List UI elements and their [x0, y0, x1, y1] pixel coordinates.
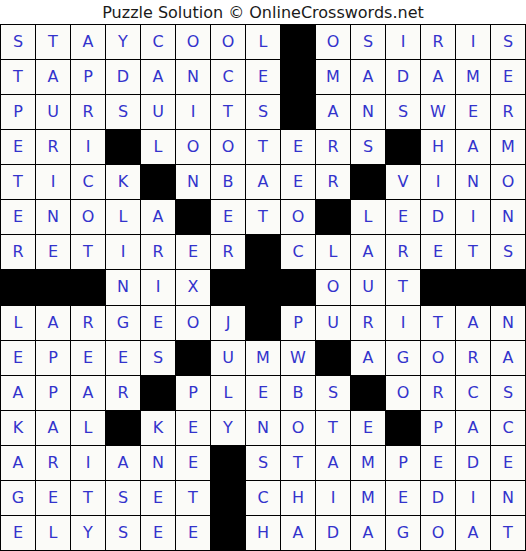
cell-r7c2: E	[36, 235, 70, 269]
cell-r9c10: U	[316, 306, 350, 340]
black-cell-r5c11	[351, 165, 385, 199]
cell-r15c5: E	[141, 516, 175, 550]
black-cell-r12c12	[386, 411, 420, 445]
cell-r4c2: R	[36, 130, 70, 164]
cell-r6c12: E	[386, 200, 420, 234]
cell-r3c13: W	[421, 95, 455, 129]
cell-r8c6: X	[176, 270, 210, 304]
page-title: Puzzle Solution © OnlineCrosswords.net	[0, 0, 526, 24]
cell-r2c3: P	[71, 60, 105, 94]
cell-r7c15: S	[491, 235, 525, 269]
cell-r10c7: U	[211, 341, 245, 375]
cell-r5c4: K	[106, 165, 140, 199]
black-cell-r8c2	[36, 270, 70, 304]
cell-r5c8: A	[246, 165, 280, 199]
cell-r5c1: T	[1, 165, 35, 199]
cell-r1c15: S	[491, 25, 525, 59]
cell-r6c13: D	[421, 200, 455, 234]
cell-r15c9: A	[281, 516, 315, 550]
cell-r14c8: C	[246, 481, 280, 515]
cell-r9c11: R	[351, 306, 385, 340]
cell-r2c8: E	[246, 60, 280, 94]
cell-r8c10: O	[316, 270, 350, 304]
black-cell-r2c9	[281, 60, 315, 94]
cell-r15c8: H	[246, 516, 280, 550]
cell-r7c9: C	[281, 235, 315, 269]
black-cell-r8c15	[491, 270, 525, 304]
cell-r1c3: A	[71, 25, 105, 59]
cell-r12c1: K	[1, 411, 35, 445]
cell-r12c3: L	[71, 411, 105, 445]
cell-r2c13: A	[421, 60, 455, 94]
cell-r2c6: N	[176, 60, 210, 94]
cell-r10c1: E	[1, 341, 35, 375]
cell-r7c13: E	[421, 235, 455, 269]
cell-r4c8: T	[246, 130, 280, 164]
cell-r2c15: E	[491, 60, 525, 94]
cell-r3c15: R	[491, 95, 525, 129]
cell-r10c3: E	[71, 341, 105, 375]
cell-r14c13: D	[421, 481, 455, 515]
cell-r1c12: I	[386, 25, 420, 59]
black-cell-r1c9	[281, 25, 315, 59]
cell-r13c9: T	[281, 446, 315, 480]
cell-r11c8: E	[246, 376, 280, 410]
black-cell-r8c8	[246, 270, 280, 304]
cell-r4c13: H	[421, 130, 455, 164]
cell-r3c12: S	[386, 95, 420, 129]
cell-r1c8: L	[246, 25, 280, 59]
cell-r7c12: R	[386, 235, 420, 269]
cell-r9c1: L	[1, 306, 35, 340]
cell-r14c10: I	[316, 481, 350, 515]
cell-r6c9: O	[281, 200, 315, 234]
cell-r3c6: I	[176, 95, 210, 129]
black-cell-r8c1	[1, 270, 35, 304]
cell-r3c1: P	[1, 95, 35, 129]
cell-r5c9: E	[281, 165, 315, 199]
cell-r5c10: R	[316, 165, 350, 199]
cell-r14c11: M	[351, 481, 385, 515]
cell-r11c6: P	[176, 376, 210, 410]
cell-r5c6: N	[176, 165, 210, 199]
cell-r12c14: A	[456, 411, 490, 445]
cell-r6c3: O	[71, 200, 105, 234]
cell-r8c4: N	[106, 270, 140, 304]
cell-r15c15: T	[491, 516, 525, 550]
black-cell-r6c6	[176, 200, 210, 234]
cell-r3c5: U	[141, 95, 175, 129]
cell-r9c7: J	[211, 306, 245, 340]
cell-r13c3: I	[71, 446, 105, 480]
cell-r8c11: U	[351, 270, 385, 304]
cell-r13c2: R	[36, 446, 70, 480]
cell-r7c5: R	[141, 235, 175, 269]
cell-r1c7: O	[211, 25, 245, 59]
black-cell-r4c12	[386, 130, 420, 164]
cell-r15c4: S	[106, 516, 140, 550]
cell-r2c14: M	[456, 60, 490, 94]
cell-r5c3: C	[71, 165, 105, 199]
cell-r14c6: T	[176, 481, 210, 515]
cell-r10c15: A	[491, 341, 525, 375]
cell-r11c10: S	[316, 376, 350, 410]
cell-r5c15: O	[491, 165, 525, 199]
cell-r1c4: Y	[106, 25, 140, 59]
cell-r13c1: A	[1, 446, 35, 480]
cell-r2c7: C	[211, 60, 245, 94]
cell-r11c3: A	[71, 376, 105, 410]
cell-r1c14: I	[456, 25, 490, 59]
cell-r4c11: S	[351, 130, 385, 164]
black-cell-r8c7	[211, 270, 245, 304]
cell-r14c4: S	[106, 481, 140, 515]
cell-r7c3: T	[71, 235, 105, 269]
cell-r12c5: K	[141, 411, 175, 445]
cell-r12c9: O	[281, 411, 315, 445]
cell-r3c10: A	[316, 95, 350, 129]
cell-r3c4: S	[106, 95, 140, 129]
cell-r5c12: V	[386, 165, 420, 199]
cell-r13c4: A	[106, 446, 140, 480]
crossword-grid: STAYCOOLOSIRISTAPDANCEMADAMEPURSUITSANSW…	[0, 24, 526, 551]
black-cell-r3c9	[281, 95, 315, 129]
black-cell-r9c8	[246, 306, 280, 340]
cell-r14c5: E	[141, 481, 175, 515]
black-cell-r7c8	[246, 235, 280, 269]
cell-r3c14: E	[456, 95, 490, 129]
cell-r5c13: I	[421, 165, 455, 199]
cell-r11c9: B	[281, 376, 315, 410]
cell-r13c8: S	[246, 446, 280, 480]
cell-r2c5: A	[141, 60, 175, 94]
cell-r10c11: A	[351, 341, 385, 375]
cell-r7c6: E	[176, 235, 210, 269]
cell-r8c5: I	[141, 270, 175, 304]
black-cell-r12c4	[106, 411, 140, 445]
cell-r15c1: E	[1, 516, 35, 550]
black-cell-r5c5	[141, 165, 175, 199]
puzzle-solution-page: Puzzle Solution © OnlineCrosswords.net S…	[0, 0, 526, 551]
cell-r2c12: D	[386, 60, 420, 94]
black-cell-r6c10	[316, 200, 350, 234]
cell-r3c7: T	[211, 95, 245, 129]
cell-r4c5: L	[141, 130, 175, 164]
cell-r15c3: Y	[71, 516, 105, 550]
black-cell-r14c7	[211, 481, 245, 515]
cell-r12c2: A	[36, 411, 70, 445]
cell-r15c12: G	[386, 516, 420, 550]
black-cell-r8c9	[281, 270, 315, 304]
cell-r7c7: R	[211, 235, 245, 269]
cell-r11c1: A	[1, 376, 35, 410]
cell-r11c12: O	[386, 376, 420, 410]
black-cell-r8c14	[456, 270, 490, 304]
cell-r1c13: R	[421, 25, 455, 59]
cell-r2c4: D	[106, 60, 140, 94]
cell-r11c14: C	[456, 376, 490, 410]
cell-r12c11: E	[351, 411, 385, 445]
cell-r13c12: P	[386, 446, 420, 480]
cell-r11c15: S	[491, 376, 525, 410]
cell-r3c3: R	[71, 95, 105, 129]
cell-r2c10: M	[316, 60, 350, 94]
black-cell-r11c5	[141, 376, 175, 410]
black-cell-r8c13	[421, 270, 455, 304]
cell-r6c1: E	[1, 200, 35, 234]
cell-r9c15: N	[491, 306, 525, 340]
cell-r7c11: A	[351, 235, 385, 269]
cell-r11c13: R	[421, 376, 455, 410]
cell-r4c6: O	[176, 130, 210, 164]
cell-r10c5: S	[141, 341, 175, 375]
black-cell-r13c7	[211, 446, 245, 480]
cell-r6c14: I	[456, 200, 490, 234]
cell-r7c1: R	[1, 235, 35, 269]
cell-r15c14: A	[456, 516, 490, 550]
cell-r9c6: O	[176, 306, 210, 340]
cell-r10c13: O	[421, 341, 455, 375]
cell-r13c15: E	[491, 446, 525, 480]
cell-r4c1: E	[1, 130, 35, 164]
cell-r3c8: S	[246, 95, 280, 129]
cell-r14c9: H	[281, 481, 315, 515]
cell-r7c4: I	[106, 235, 140, 269]
cell-r9c5: E	[141, 306, 175, 340]
cell-r1c11: S	[351, 25, 385, 59]
cell-r10c4: E	[106, 341, 140, 375]
cell-r15c2: L	[36, 516, 70, 550]
cell-r6c4: L	[106, 200, 140, 234]
cell-r13c10: A	[316, 446, 350, 480]
cell-r12c6: E	[176, 411, 210, 445]
cell-r9c12: I	[386, 306, 420, 340]
cell-r2c2: A	[36, 60, 70, 94]
cell-r9c13: T	[421, 306, 455, 340]
cell-r6c15: N	[491, 200, 525, 234]
cell-r14c15: N	[491, 481, 525, 515]
cell-r1c2: T	[36, 25, 70, 59]
cell-r13c6: E	[176, 446, 210, 480]
cell-r15c11: A	[351, 516, 385, 550]
cell-r7c14: T	[456, 235, 490, 269]
cell-r14c1: G	[1, 481, 35, 515]
cell-r13c14: D	[456, 446, 490, 480]
cell-r10c8: M	[246, 341, 280, 375]
cell-r4c3: I	[71, 130, 105, 164]
cell-r13c11: M	[351, 446, 385, 480]
black-cell-r10c6	[176, 341, 210, 375]
black-cell-r8c3	[71, 270, 105, 304]
cell-r9c14: A	[456, 306, 490, 340]
cell-r1c1: S	[1, 25, 35, 59]
cell-r7c10: L	[316, 235, 350, 269]
cell-r13c5: N	[141, 446, 175, 480]
cell-r14c2: E	[36, 481, 70, 515]
cell-r6c5: A	[141, 200, 175, 234]
cell-r12c8: N	[246, 411, 280, 445]
cell-r1c5: C	[141, 25, 175, 59]
cell-r9c3: R	[71, 306, 105, 340]
cell-r9c4: G	[106, 306, 140, 340]
cell-r11c4: R	[106, 376, 140, 410]
cell-r11c7: L	[211, 376, 245, 410]
cell-r5c2: I	[36, 165, 70, 199]
cell-r2c11: A	[351, 60, 385, 94]
cell-r4c9: E	[281, 130, 315, 164]
cell-r6c8: T	[246, 200, 280, 234]
cell-r14c14: I	[456, 481, 490, 515]
cell-r6c2: N	[36, 200, 70, 234]
cell-r4c15: M	[491, 130, 525, 164]
cell-r1c10: O	[316, 25, 350, 59]
black-cell-r4c4	[106, 130, 140, 164]
cell-r2c1: T	[1, 60, 35, 94]
cell-r14c12: E	[386, 481, 420, 515]
cell-r1c6: O	[176, 25, 210, 59]
cell-r8c12: T	[386, 270, 420, 304]
cell-r5c7: B	[211, 165, 245, 199]
cell-r11c2: P	[36, 376, 70, 410]
cell-r12c10: T	[316, 411, 350, 445]
cell-r4c14: A	[456, 130, 490, 164]
cell-r4c7: O	[211, 130, 245, 164]
cell-r9c9: P	[281, 306, 315, 340]
cell-r10c2: P	[36, 341, 70, 375]
black-cell-r15c7	[211, 516, 245, 550]
cell-r5c14: N	[456, 165, 490, 199]
black-cell-r10c10	[316, 341, 350, 375]
cell-r6c7: E	[211, 200, 245, 234]
cell-r15c13: O	[421, 516, 455, 550]
cell-r15c6: E	[176, 516, 210, 550]
cell-r14c3: T	[71, 481, 105, 515]
cell-r10c14: R	[456, 341, 490, 375]
cell-r9c2: A	[36, 306, 70, 340]
cell-r10c12: G	[386, 341, 420, 375]
cell-r4c10: R	[316, 130, 350, 164]
cell-r6c11: L	[351, 200, 385, 234]
cell-r3c2: U	[36, 95, 70, 129]
cell-r15c10: D	[316, 516, 350, 550]
cell-r12c13: P	[421, 411, 455, 445]
cell-r3c11: N	[351, 95, 385, 129]
cell-r12c15: C	[491, 411, 525, 445]
cell-r13c13: E	[421, 446, 455, 480]
cell-r10c9: W	[281, 341, 315, 375]
black-cell-r11c11	[351, 376, 385, 410]
cell-r12c7: Y	[211, 411, 245, 445]
